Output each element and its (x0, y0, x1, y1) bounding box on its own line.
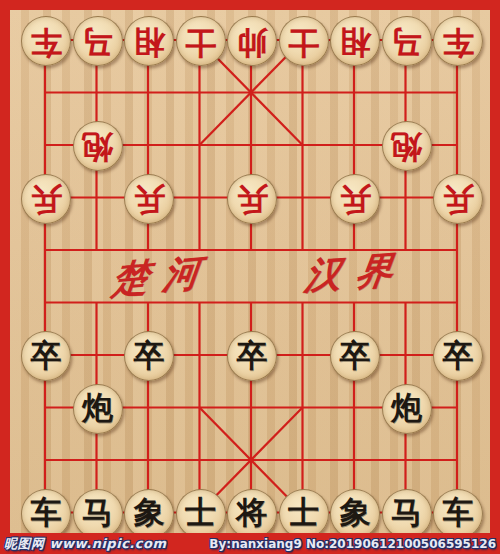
piece-red-兵[interactable]: 兵 (433, 174, 483, 224)
piece-black-车[interactable]: 车 (21, 489, 71, 539)
piece-glyph: 士 (288, 497, 319, 528)
piece-black-卒[interactable]: 卒 (21, 331, 71, 381)
piece-glyph: 卒 (443, 340, 474, 371)
piece-red-车[interactable]: 车 (21, 16, 71, 66)
piece-glyph: 帅 (237, 27, 268, 58)
piece-red-马[interactable]: 马 (73, 16, 123, 66)
piece-glyph: 炮 (391, 392, 422, 423)
piece-red-士[interactable]: 士 (279, 16, 329, 66)
piece-glyph: 兵 (31, 184, 62, 215)
piece-black-卒[interactable]: 卒 (330, 331, 380, 381)
piece-black-象[interactable]: 象 (124, 489, 174, 539)
piece-glyph: 象 (134, 497, 165, 528)
piece-glyph: 卒 (134, 340, 165, 371)
piece-glyph: 士 (288, 27, 319, 58)
piece-glyph: 马 (391, 497, 422, 528)
river-label-chu-he: 楚河 (110, 252, 216, 298)
piece-glyph: 将 (237, 497, 268, 528)
piece-glyph: 兵 (340, 184, 371, 215)
piece-red-炮[interactable]: 炮 (73, 121, 123, 171)
piece-red-帅[interactable]: 帅 (227, 16, 277, 66)
piece-black-将[interactable]: 将 (227, 489, 277, 539)
piece-glyph: 兵 (237, 184, 268, 215)
piece-black-车[interactable]: 车 (433, 489, 483, 539)
piece-glyph: 马 (82, 27, 113, 58)
piece-red-相[interactable]: 相 (124, 16, 174, 66)
piece-glyph: 炮 (391, 132, 422, 163)
piece-black-象[interactable]: 象 (330, 489, 380, 539)
piece-glyph: 兵 (443, 184, 474, 215)
piece-black-士[interactable]: 士 (279, 489, 329, 539)
piece-glyph: 车 (443, 27, 474, 58)
piece-glyph: 卒 (31, 340, 62, 371)
piece-red-士[interactable]: 士 (176, 16, 226, 66)
piece-glyph: 士 (185, 27, 216, 58)
piece-black-卒[interactable]: 卒 (124, 331, 174, 381)
piece-black-卒[interactable]: 卒 (433, 331, 483, 381)
piece-glyph: 象 (340, 497, 371, 528)
xiangqi-board-photo: 楚河 汉界 车马相士帅士相马车炮炮兵兵兵兵兵卒卒卒卒卒炮炮车马象士将士象马车 昵… (0, 0, 500, 554)
piece-red-兵[interactable]: 兵 (330, 174, 380, 224)
piece-red-马[interactable]: 马 (382, 16, 432, 66)
piece-glyph: 马 (391, 27, 422, 58)
piece-black-卒[interactable]: 卒 (227, 331, 277, 381)
piece-black-炮[interactable]: 炮 (73, 384, 123, 434)
piece-glyph: 炮 (82, 392, 113, 423)
piece-red-相[interactable]: 相 (330, 16, 380, 66)
piece-glyph: 车 (31, 27, 62, 58)
watermark-bar: 昵图网 www.nipic.com By:nanxiang9 No:201906… (0, 533, 500, 554)
piece-glyph: 卒 (237, 340, 268, 371)
board-grid-lines (10, 10, 490, 533)
river-label-han-jie: 汉界 (302, 250, 409, 295)
piece-red-兵[interactable]: 兵 (124, 174, 174, 224)
piece-red-兵[interactable]: 兵 (21, 174, 71, 224)
piece-glyph: 马 (82, 497, 113, 528)
piece-glyph: 相 (134, 27, 165, 58)
piece-glyph: 兵 (134, 184, 165, 215)
piece-black-士[interactable]: 士 (176, 489, 226, 539)
piece-black-马[interactable]: 马 (73, 489, 123, 539)
piece-glyph: 相 (340, 27, 371, 58)
piece-glyph: 车 (31, 497, 62, 528)
piece-glyph: 炮 (82, 132, 113, 163)
watermark-credit: By:nanxiang9 No:20190612100506595126 (209, 537, 496, 551)
piece-glyph: 车 (443, 497, 474, 528)
piece-red-车[interactable]: 车 (433, 16, 483, 66)
piece-glyph: 卒 (340, 340, 371, 371)
piece-red-炮[interactable]: 炮 (382, 121, 432, 171)
watermark-site-logo: 昵图网 www.nipic.com (4, 535, 166, 553)
piece-black-马[interactable]: 马 (382, 489, 432, 539)
piece-red-兵[interactable]: 兵 (227, 174, 277, 224)
piece-black-炮[interactable]: 炮 (382, 384, 432, 434)
piece-glyph: 士 (185, 497, 216, 528)
